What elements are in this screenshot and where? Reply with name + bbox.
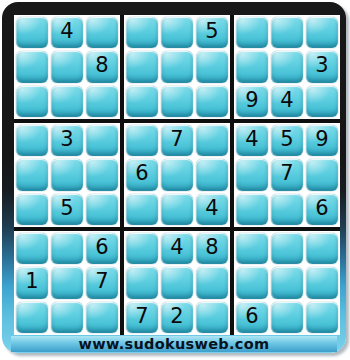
board-frame: 485394357644597661748726 www.sudokusweb.… xyxy=(2,2,346,353)
cell-r9c6[interactable] xyxy=(196,302,228,333)
cell-r9c1[interactable] xyxy=(16,302,48,333)
box-9: 6 xyxy=(234,231,340,335)
cell-digit: 9 xyxy=(315,129,328,150)
cell-digit: 7 xyxy=(280,163,293,184)
cell-r6c6[interactable]: 4 xyxy=(196,194,228,225)
cell-digit: 4 xyxy=(205,198,218,219)
cell-r6c5[interactable] xyxy=(161,194,193,225)
cell-r4c9[interactable]: 9 xyxy=(306,125,338,156)
cell-digit: 6 xyxy=(245,306,258,327)
cell-r9c4[interactable]: 7 xyxy=(126,302,158,333)
cell-r3c5[interactable] xyxy=(161,86,193,117)
cell-r5c3[interactable] xyxy=(86,159,118,190)
cell-r3c1[interactable] xyxy=(16,86,48,117)
cell-r9c9[interactable] xyxy=(306,302,338,333)
cell-r1c7[interactable] xyxy=(236,17,268,48)
cell-r8c8[interactable] xyxy=(271,267,303,298)
cell-digit: 4 xyxy=(280,90,293,111)
cell-r1c8[interactable] xyxy=(271,17,303,48)
cell-r9c8[interactable] xyxy=(271,302,303,333)
cell-r9c2[interactable] xyxy=(51,302,83,333)
cell-r3c2[interactable] xyxy=(51,86,83,117)
box-3: 394 xyxy=(234,15,340,119)
cell-r5c2[interactable] xyxy=(51,159,83,190)
cell-r2c1[interactable] xyxy=(16,51,48,82)
cell-digit: 7 xyxy=(135,306,148,327)
cell-digit: 3 xyxy=(60,129,73,150)
cell-r7c2[interactable] xyxy=(51,233,83,264)
box-4: 35 xyxy=(14,123,120,227)
cell-digit: 7 xyxy=(95,271,108,292)
cell-r8c2[interactable] xyxy=(51,267,83,298)
cell-r3c4[interactable] xyxy=(126,86,158,117)
cell-digit: 4 xyxy=(245,129,258,150)
cell-r4c7[interactable]: 4 xyxy=(236,125,268,156)
cell-digit: 3 xyxy=(315,55,328,76)
cell-r5c5[interactable] xyxy=(161,159,193,190)
cell-r6c2[interactable]: 5 xyxy=(51,194,83,225)
cell-r8c5[interactable] xyxy=(161,267,193,298)
cell-digit: 5 xyxy=(280,129,293,150)
cell-r3c6[interactable] xyxy=(196,86,228,117)
cell-r7c6[interactable]: 8 xyxy=(196,233,228,264)
cell-digit: 8 xyxy=(205,237,218,258)
cell-r7c1[interactable] xyxy=(16,233,48,264)
cell-r3c7[interactable]: 9 xyxy=(236,86,268,117)
cell-r6c3[interactable] xyxy=(86,194,118,225)
cell-r4c4[interactable] xyxy=(126,125,158,156)
cell-digit: 2 xyxy=(170,306,183,327)
sudoku-grid: 485394357644597661748726 xyxy=(14,15,340,335)
cell-digit: 4 xyxy=(60,21,73,42)
cell-r2c8[interactable] xyxy=(271,51,303,82)
cell-r2c7[interactable] xyxy=(236,51,268,82)
cell-r1c4[interactable] xyxy=(126,17,158,48)
cell-r2c9[interactable]: 3 xyxy=(306,51,338,82)
box-8: 4872 xyxy=(124,231,230,335)
cell-r7c3[interactable]: 6 xyxy=(86,233,118,264)
cell-r2c5[interactable] xyxy=(161,51,193,82)
cell-r5c6[interactable] xyxy=(196,159,228,190)
cell-r5c7[interactable] xyxy=(236,159,268,190)
box-2: 5 xyxy=(124,15,230,119)
cell-r7c7[interactable] xyxy=(236,233,268,264)
cell-r4c6[interactable] xyxy=(196,125,228,156)
cell-r9c5[interactable]: 2 xyxy=(161,302,193,333)
cell-r4c5[interactable]: 7 xyxy=(161,125,193,156)
cell-digit: 6 xyxy=(135,163,148,184)
cell-r7c8[interactable] xyxy=(271,233,303,264)
cell-r8c6[interactable] xyxy=(196,267,228,298)
cell-r9c7[interactable]: 6 xyxy=(236,302,268,333)
cell-r4c2[interactable]: 3 xyxy=(51,125,83,156)
cell-r4c1[interactable] xyxy=(16,125,48,156)
cell-r8c7[interactable] xyxy=(236,267,268,298)
cell-r5c9[interactable] xyxy=(306,159,338,190)
cell-r1c9[interactable] xyxy=(306,17,338,48)
cell-digit: 1 xyxy=(25,271,38,292)
cell-r8c4[interactable] xyxy=(126,267,158,298)
cell-r8c3[interactable]: 7 xyxy=(86,267,118,298)
cell-r6c8[interactable] xyxy=(271,194,303,225)
box-7: 617 xyxy=(14,231,120,335)
cell-r3c8[interactable]: 4 xyxy=(271,86,303,117)
cell-digit: 5 xyxy=(205,21,218,42)
cell-r6c1[interactable] xyxy=(16,194,48,225)
cell-r2c3[interactable]: 8 xyxy=(86,51,118,82)
sudoku-page: 485394357644597661748726 www.sudokusweb.… xyxy=(0,0,350,360)
cell-r2c6[interactable] xyxy=(196,51,228,82)
cell-r2c4[interactable] xyxy=(126,51,158,82)
cell-r1c1[interactable] xyxy=(16,17,48,48)
cell-r5c8[interactable]: 7 xyxy=(271,159,303,190)
cell-r7c5[interactable]: 4 xyxy=(161,233,193,264)
cell-r2c2[interactable] xyxy=(51,51,83,82)
cell-digit: 6 xyxy=(315,198,328,219)
box-5: 764 xyxy=(124,123,230,227)
cell-r7c4[interactable] xyxy=(126,233,158,264)
cell-r3c9[interactable] xyxy=(306,86,338,117)
cell-r7c9[interactable] xyxy=(306,233,338,264)
cell-digit: 6 xyxy=(95,237,108,258)
cell-digit: 4 xyxy=(170,237,183,258)
box-1: 48 xyxy=(14,15,120,119)
cell-r6c9[interactable]: 6 xyxy=(306,194,338,225)
cell-r1c5[interactable] xyxy=(161,17,193,48)
cell-r5c4[interactable]: 6 xyxy=(126,159,158,190)
cell-r6c7[interactable] xyxy=(236,194,268,225)
cell-r5c1[interactable] xyxy=(16,159,48,190)
cell-r6c4[interactable] xyxy=(126,194,158,225)
cell-r1c3[interactable] xyxy=(86,17,118,48)
cell-r3c3[interactable] xyxy=(86,86,118,117)
cell-r4c8[interactable]: 5 xyxy=(271,125,303,156)
cell-digit: 5 xyxy=(60,198,73,219)
cell-r8c1[interactable]: 1 xyxy=(16,267,48,298)
cell-r1c6[interactable]: 5 xyxy=(196,17,228,48)
cell-r4c3[interactable] xyxy=(86,125,118,156)
cell-digit: 9 xyxy=(245,90,258,111)
cell-r8c9[interactable] xyxy=(306,267,338,298)
cell-digit: 8 xyxy=(95,55,108,76)
cell-r9c3[interactable] xyxy=(86,302,118,333)
box-6: 45976 xyxy=(234,123,340,227)
website-url: www.sudokusweb.com xyxy=(2,336,346,352)
cell-r1c2[interactable]: 4 xyxy=(51,17,83,48)
cell-digit: 7 xyxy=(170,129,183,150)
